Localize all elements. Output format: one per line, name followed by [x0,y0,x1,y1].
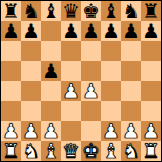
square-g2[interactable]: ♟ [121,121,141,141]
square-c7[interactable] [41,21,61,41]
square-b2[interactable]: ♟ [21,121,41,141]
square-e8[interactable]: ♚ [81,1,101,21]
square-a8[interactable]: ♜ [1,1,21,21]
white-bishop-piece[interactable]: ♝ [42,141,60,161]
square-f8[interactable]: ♝ [101,1,121,21]
chess-board-frame: ♜♞♝♛♚♝♞♜♟♟♟♟♟♟♟♟♟♟♟♟♟♟♟♟♜♞♝♛♚♝♞♜ [0,0,162,162]
square-b1[interactable]: ♞ [21,141,41,161]
square-c2[interactable]: ♟ [41,121,61,141]
square-d7[interactable]: ♟ [61,21,81,41]
square-h8[interactable]: ♜ [141,1,161,21]
square-a3[interactable] [1,101,21,121]
white-pawn-piece[interactable]: ♟ [42,121,60,141]
black-pawn-piece[interactable]: ♟ [42,61,60,81]
square-g1[interactable]: ♞ [121,141,141,161]
square-g3[interactable] [121,101,141,121]
square-e3[interactable] [81,101,101,121]
square-e7[interactable]: ♟ [81,21,101,41]
square-d8[interactable]: ♛ [61,1,81,21]
white-bishop-piece[interactable]: ♝ [102,141,120,161]
square-a2[interactable]: ♟ [1,121,21,141]
square-f6[interactable] [101,41,121,61]
white-rook-piece[interactable]: ♜ [2,141,20,161]
white-rook-piece[interactable]: ♜ [142,141,160,161]
white-pawn-piece[interactable]: ♟ [142,121,160,141]
black-pawn-piece[interactable]: ♟ [2,21,20,41]
square-a6[interactable] [1,41,21,61]
white-pawn-piece[interactable]: ♟ [62,81,80,101]
square-b5[interactable] [21,61,41,81]
square-f5[interactable] [101,61,121,81]
white-knight-piece[interactable]: ♞ [122,141,140,161]
square-f4[interactable] [101,81,121,101]
square-b8[interactable]: ♞ [21,1,41,21]
square-d4[interactable]: ♟ [61,81,81,101]
square-h2[interactable]: ♟ [141,121,161,141]
black-knight-piece[interactable]: ♞ [122,1,140,21]
square-f1[interactable]: ♝ [101,141,121,161]
square-c4[interactable] [41,81,61,101]
black-pawn-piece[interactable]: ♟ [82,21,100,41]
square-a5[interactable] [1,61,21,81]
square-h5[interactable] [141,61,161,81]
white-queen-piece[interactable]: ♛ [62,141,80,161]
white-pawn-piece[interactable]: ♟ [2,121,20,141]
square-d1[interactable]: ♛ [61,141,81,161]
black-pawn-piece[interactable]: ♟ [142,21,160,41]
square-c3[interactable] [41,101,61,121]
square-h4[interactable] [141,81,161,101]
square-a7[interactable]: ♟ [1,21,21,41]
square-e5[interactable] [81,61,101,81]
black-bishop-piece[interactable]: ♝ [102,1,120,21]
square-f3[interactable] [101,101,121,121]
square-c6[interactable] [41,41,61,61]
square-g7[interactable]: ♟ [121,21,141,41]
black-pawn-piece[interactable]: ♟ [22,21,40,41]
square-g5[interactable] [121,61,141,81]
black-queen-piece[interactable]: ♛ [62,1,80,21]
square-d6[interactable] [61,41,81,61]
square-b3[interactable] [21,101,41,121]
white-pawn-piece[interactable]: ♟ [122,121,140,141]
square-h7[interactable]: ♟ [141,21,161,41]
square-e6[interactable] [81,41,101,61]
black-rook-piece[interactable]: ♜ [142,1,160,21]
square-f2[interactable]: ♟ [101,121,121,141]
square-h1[interactable]: ♜ [141,141,161,161]
square-g8[interactable]: ♞ [121,1,141,21]
square-d5[interactable] [61,61,81,81]
square-e2[interactable] [81,121,101,141]
square-h3[interactable] [141,101,161,121]
white-king-piece[interactable]: ♚ [82,141,100,161]
black-pawn-piece[interactable]: ♟ [102,21,120,41]
square-c5[interactable]: ♟ [41,61,61,81]
square-b7[interactable]: ♟ [21,21,41,41]
white-pawn-piece[interactable]: ♟ [82,81,100,101]
square-d2[interactable] [61,121,81,141]
square-g6[interactable] [121,41,141,61]
black-pawn-piece[interactable]: ♟ [122,21,140,41]
square-c1[interactable]: ♝ [41,141,61,161]
square-d3[interactable] [61,101,81,121]
black-knight-piece[interactable]: ♞ [22,1,40,21]
black-king-piece[interactable]: ♚ [82,1,100,21]
white-pawn-piece[interactable]: ♟ [102,121,120,141]
black-rook-piece[interactable]: ♜ [2,1,20,21]
square-b4[interactable] [21,81,41,101]
square-f7[interactable]: ♟ [101,21,121,41]
black-pawn-piece[interactable]: ♟ [62,21,80,41]
square-a4[interactable] [1,81,21,101]
chess-board: ♜♞♝♛♚♝♞♜♟♟♟♟♟♟♟♟♟♟♟♟♟♟♟♟♜♞♝♛♚♝♞♜ [1,1,161,161]
white-pawn-piece[interactable]: ♟ [22,121,40,141]
square-a1[interactable]: ♜ [1,141,21,161]
square-c8[interactable]: ♝ [41,1,61,21]
white-knight-piece[interactable]: ♞ [22,141,40,161]
square-g4[interactable] [121,81,141,101]
square-e4[interactable]: ♟ [81,81,101,101]
black-bishop-piece[interactable]: ♝ [42,1,60,21]
square-e1[interactable]: ♚ [81,141,101,161]
square-h6[interactable] [141,41,161,61]
square-b6[interactable] [21,41,41,61]
